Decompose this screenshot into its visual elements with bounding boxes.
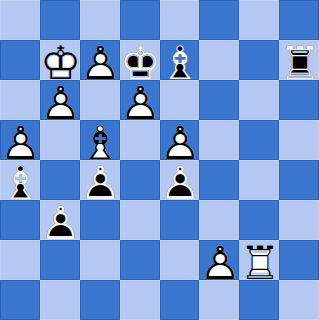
piece-black-pawn[interactable]: ♟♙ [160,160,200,200]
piece-white-pawn[interactable]: ♟♙ [80,40,120,80]
piece-white-bishop[interactable]: ♝♗ [80,120,120,160]
square-a6[interactable] [0,80,40,120]
square-c7[interactable]: ♟♙ [80,40,120,80]
square-c4[interactable]: ♟♙ [80,160,120,200]
square-b3[interactable]: ♟♙ [40,200,80,240]
square-f7[interactable] [199,40,239,80]
square-e7[interactable]: ♝♗ [160,40,200,80]
square-b7[interactable]: ♚♔ [40,40,80,80]
square-a2[interactable] [0,240,40,280]
square-c3[interactable] [80,200,120,240]
square-d5[interactable] [120,120,160,160]
square-b2[interactable] [40,240,80,280]
square-e6[interactable] [160,80,200,120]
square-d6[interactable]: ♟♙ [120,80,160,120]
square-d3[interactable] [120,200,160,240]
piece-white-pawn[interactable]: ♟♙ [199,240,239,280]
square-h5[interactable] [279,120,319,160]
square-e8[interactable] [160,0,200,40]
square-f2[interactable]: ♟♙ [199,240,239,280]
square-g7[interactable] [239,40,279,80]
square-h6[interactable] [279,80,319,120]
piece-black-pawn[interactable]: ♟♙ [40,200,80,240]
square-a5[interactable]: ♟♙ [0,120,40,160]
piece-black-king[interactable]: ♚♔ [120,40,160,80]
piece-black-bishop[interactable]: ♝♗ [0,160,40,200]
square-h4[interactable] [279,160,319,200]
square-f8[interactable] [199,0,239,40]
square-f5[interactable] [199,120,239,160]
square-d4[interactable] [120,160,160,200]
piece-white-rook[interactable]: ♜♖ [239,240,279,280]
square-c8[interactable] [80,0,120,40]
piece-white-pawn[interactable]: ♟♙ [0,120,40,160]
piece-black-pawn[interactable]: ♟♙ [80,160,120,200]
square-h8[interactable] [279,0,319,40]
square-a1[interactable] [0,280,40,320]
chess-board: ♚♔♟♙♚♔♝♗♜♖♟♙♟♙♟♙♝♗♟♙♝♗♟♙♟♙♟♙♟♙♜♖ [0,0,319,320]
piece-black-bishop[interactable]: ♝♗ [160,40,200,80]
square-c2[interactable] [80,240,120,280]
square-e5[interactable]: ♟♙ [160,120,200,160]
square-b8[interactable] [40,0,80,40]
square-e4[interactable]: ♟♙ [160,160,200,200]
square-d7[interactable]: ♚♔ [120,40,160,80]
piece-black-rook[interactable]: ♜♖ [279,40,319,80]
square-a3[interactable] [0,200,40,240]
square-f6[interactable] [199,80,239,120]
piece-white-pawn[interactable]: ♟♙ [120,80,160,120]
square-g4[interactable] [239,160,279,200]
square-d2[interactable] [120,240,160,280]
square-a7[interactable] [0,40,40,80]
square-a8[interactable] [0,0,40,40]
square-g1[interactable] [239,280,279,320]
piece-white-pawn[interactable]: ♟♙ [40,80,80,120]
square-h2[interactable] [279,240,319,280]
square-g8[interactable] [239,0,279,40]
square-h1[interactable] [279,280,319,320]
square-f1[interactable] [199,280,239,320]
square-g3[interactable] [239,200,279,240]
square-g5[interactable] [239,120,279,160]
square-b5[interactable] [40,120,80,160]
square-g2[interactable]: ♜♖ [239,240,279,280]
square-e3[interactable] [160,200,200,240]
square-h3[interactable] [279,200,319,240]
square-f4[interactable] [199,160,239,200]
square-b4[interactable] [40,160,80,200]
square-b6[interactable]: ♟♙ [40,80,80,120]
piece-white-king[interactable]: ♚♔ [40,40,80,80]
square-e1[interactable] [160,280,200,320]
piece-white-pawn[interactable]: ♟♙ [160,120,200,160]
chess-diagram: ♚♔♟♙♚♔♝♗♜♖♟♙♟♙♟♙♝♗♟♙♝♗♟♙♟♙♟♙♟♙♜♖ [0,0,319,320]
square-f3[interactable] [199,200,239,240]
square-a4[interactable]: ♝♗ [0,160,40,200]
square-c1[interactable] [80,280,120,320]
square-d8[interactable] [120,0,160,40]
square-h7[interactable]: ♜♖ [279,40,319,80]
square-e2[interactable] [160,240,200,280]
square-b1[interactable] [40,280,80,320]
square-d1[interactable] [120,280,160,320]
square-g6[interactable] [239,80,279,120]
square-c6[interactable] [80,80,120,120]
square-c5[interactable]: ♝♗ [80,120,120,160]
